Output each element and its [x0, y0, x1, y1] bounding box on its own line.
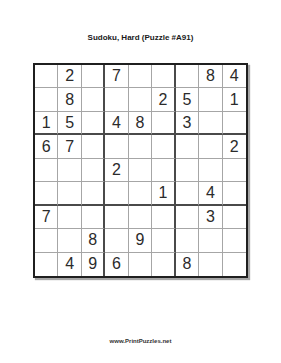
site-watermark: www.PrintPuzzles.net [0, 338, 281, 344]
cell-r1c9[interactable]: 4 [223, 65, 246, 88]
cell-r7c2[interactable] [58, 206, 81, 229]
cell-r7c7[interactable] [176, 206, 199, 229]
cell-r1c1[interactable] [35, 65, 58, 88]
cell-r2c1[interactable] [35, 88, 58, 111]
cell-r9c9[interactable] [223, 253, 246, 276]
cell-r1c2[interactable]: 2 [58, 65, 81, 88]
cell-r8c6[interactable] [152, 229, 175, 252]
cell-r3c5[interactable]: 8 [129, 112, 152, 135]
cell-r1c7[interactable] [176, 65, 199, 88]
cell-r7c9[interactable] [223, 206, 246, 229]
cell-r3c8[interactable] [199, 112, 222, 135]
cell-r8c8[interactable] [199, 229, 222, 252]
cell-r6c5[interactable] [129, 182, 152, 205]
cell-r9c8[interactable] [199, 253, 222, 276]
cell-r4c5[interactable] [129, 135, 152, 158]
cell-r9c4[interactable]: 6 [105, 253, 128, 276]
cell-r7c1[interactable]: 7 [35, 206, 58, 229]
cell-r5c6[interactable] [152, 159, 175, 182]
cell-r4c4[interactable] [105, 135, 128, 158]
cell-r3c3[interactable] [82, 112, 105, 135]
cell-r2c4[interactable] [105, 88, 128, 111]
cell-r4c2[interactable]: 7 [58, 135, 81, 158]
cell-r7c5[interactable] [129, 206, 152, 229]
cell-r9c2[interactable]: 4 [58, 253, 81, 276]
cell-r3c1[interactable]: 1 [35, 112, 58, 135]
cell-r6c9[interactable] [223, 182, 246, 205]
cell-r6c1[interactable] [35, 182, 58, 205]
cell-r9c7[interactable]: 8 [176, 253, 199, 276]
cell-r2c6[interactable]: 2 [152, 88, 175, 111]
cell-r6c3[interactable] [82, 182, 105, 205]
cell-r4c7[interactable] [176, 135, 199, 158]
cell-r3c6[interactable] [152, 112, 175, 135]
cell-r8c5[interactable]: 9 [129, 229, 152, 252]
cell-r9c1[interactable] [35, 253, 58, 276]
cell-r5c4[interactable]: 2 [105, 159, 128, 182]
cell-r5c2[interactable] [58, 159, 81, 182]
cell-r9c3[interactable]: 9 [82, 253, 105, 276]
cell-r6c2[interactable] [58, 182, 81, 205]
cell-r2c5[interactable] [129, 88, 152, 111]
sudoku-board: 278482511548367221473894968 [33, 63, 248, 278]
cell-r5c9[interactable] [223, 159, 246, 182]
cell-r4c9[interactable]: 2 [223, 135, 246, 158]
cell-r3c7[interactable]: 3 [176, 112, 199, 135]
cell-r6c6[interactable]: 1 [152, 182, 175, 205]
cell-r8c3[interactable]: 8 [82, 229, 105, 252]
cell-r8c9[interactable] [223, 229, 246, 252]
cell-r6c4[interactable] [105, 182, 128, 205]
cell-r6c7[interactable] [176, 182, 199, 205]
cell-r1c6[interactable] [152, 65, 175, 88]
cell-r4c6[interactable] [152, 135, 175, 158]
cell-r8c7[interactable] [176, 229, 199, 252]
cell-r3c2[interactable]: 5 [58, 112, 81, 135]
cell-r1c4[interactable]: 7 [105, 65, 128, 88]
cell-r3c9[interactable] [223, 112, 246, 135]
cell-r6c8[interactable]: 4 [199, 182, 222, 205]
cell-r7c8[interactable]: 3 [199, 206, 222, 229]
cell-r5c1[interactable] [35, 159, 58, 182]
cell-r4c8[interactable] [199, 135, 222, 158]
cell-r2c8[interactable] [199, 88, 222, 111]
cell-r4c1[interactable]: 6 [35, 135, 58, 158]
printable-sudoku-page: Sudoku, Hard (Puzzle #A91) 2784825115483… [0, 0, 281, 363]
cell-r2c3[interactable] [82, 88, 105, 111]
cell-r5c5[interactable] [129, 159, 152, 182]
cell-r4c3[interactable] [82, 135, 105, 158]
cell-r1c3[interactable] [82, 65, 105, 88]
puzzle-title: Sudoku, Hard (Puzzle #A91) [0, 33, 281, 42]
cell-r8c2[interactable] [58, 229, 81, 252]
cell-r2c7[interactable]: 5 [176, 88, 199, 111]
cell-r1c5[interactable] [129, 65, 152, 88]
cell-r5c7[interactable] [176, 159, 199, 182]
cell-r8c1[interactable] [35, 229, 58, 252]
cell-r5c3[interactable] [82, 159, 105, 182]
cell-r8c4[interactable] [105, 229, 128, 252]
cell-r7c4[interactable] [105, 206, 128, 229]
cell-r7c6[interactable] [152, 206, 175, 229]
cell-r1c8[interactable]: 8 [199, 65, 222, 88]
cell-r5c8[interactable] [199, 159, 222, 182]
cell-r7c3[interactable] [82, 206, 105, 229]
cell-r9c5[interactable] [129, 253, 152, 276]
cell-r2c2[interactable]: 8 [58, 88, 81, 111]
cell-r2c9[interactable]: 1 [223, 88, 246, 111]
cell-r9c6[interactable] [152, 253, 175, 276]
cell-r3c4[interactable]: 4 [105, 112, 128, 135]
